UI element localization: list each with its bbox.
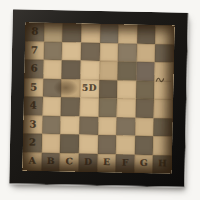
square-b8 xyxy=(44,23,63,42)
square-g2 xyxy=(135,136,154,155)
square-a3: 3 xyxy=(23,115,42,134)
square-c6 xyxy=(62,60,81,79)
square-e2 xyxy=(97,135,116,154)
square-f6 xyxy=(118,61,137,80)
square-h2 xyxy=(153,136,172,155)
square-g8 xyxy=(137,25,156,44)
square-h4 xyxy=(154,99,173,118)
square-d5: 5D xyxy=(80,79,99,98)
square-h1: H xyxy=(153,155,172,174)
file-label-stamp: H xyxy=(158,160,167,169)
square-b5 xyxy=(43,78,62,97)
square-f4 xyxy=(117,98,136,117)
square-e6 xyxy=(99,61,118,80)
square-g1: G xyxy=(134,154,153,173)
square-b4 xyxy=(42,97,61,116)
square-b2 xyxy=(41,134,60,153)
rank-label-stamp: 7 xyxy=(31,45,38,55)
chessboard: 87655D432ABCDEFGH xyxy=(22,22,174,173)
file-label-stamp: B xyxy=(47,157,55,166)
square-c3 xyxy=(60,116,79,135)
square-b7 xyxy=(43,41,62,60)
rank-label-stamp: 2 xyxy=(29,138,36,148)
square-c5-stain-mark xyxy=(61,79,80,98)
rank-label-stamp: 5 xyxy=(30,82,37,92)
square-d6 xyxy=(80,61,99,80)
square-f2 xyxy=(116,135,135,154)
square-e4 xyxy=(98,98,117,117)
rank-label-stamp: 3 xyxy=(29,119,36,129)
square-e3 xyxy=(98,116,117,135)
file-label-stamp: C xyxy=(66,158,73,167)
square-d1: D xyxy=(78,153,97,172)
square-c7 xyxy=(62,42,81,61)
square-a8: 8 xyxy=(25,22,44,41)
square-d2 xyxy=(79,135,98,154)
square-g7 xyxy=(137,43,156,62)
chessboard-frame: 87655D432ABCDEFGH xyxy=(9,9,189,188)
rank-label-stamp: 4 xyxy=(30,101,37,111)
square-b6 xyxy=(43,60,62,79)
square-c1: C xyxy=(60,153,79,172)
square-f7 xyxy=(118,43,137,62)
square-h7 xyxy=(155,44,174,63)
square-d8 xyxy=(81,24,100,43)
square-e1: E xyxy=(97,153,116,172)
file-label-stamp: A xyxy=(28,157,35,166)
square-g4 xyxy=(135,99,154,118)
square-g3 xyxy=(135,117,154,136)
square-f5 xyxy=(117,80,136,99)
rank-label-stamp: 8 xyxy=(31,27,38,37)
file-label-stamp: G xyxy=(140,159,148,168)
photo-background: 87655D432ABCDEFGH xyxy=(0,0,200,200)
file-label-stamp: D xyxy=(84,158,92,167)
square-f8 xyxy=(118,24,137,43)
square-d7 xyxy=(81,42,100,61)
square-c8 xyxy=(62,23,81,42)
square-f1: F xyxy=(116,154,135,173)
square-c4 xyxy=(61,97,80,116)
ink-squiggle-mark-icon xyxy=(156,69,165,88)
square-h6 xyxy=(155,62,174,81)
square-b1: B xyxy=(41,152,60,171)
square-e8 xyxy=(100,24,119,43)
square-g6 xyxy=(136,62,155,81)
square-h8 xyxy=(156,25,175,44)
square-h3 xyxy=(154,118,173,137)
square-c2 xyxy=(60,134,79,153)
square-e7 xyxy=(99,43,118,62)
square-a5: 5 xyxy=(24,78,43,97)
square-f3 xyxy=(116,117,135,136)
rank-label-stamp: 6 xyxy=(30,64,37,74)
square-b3 xyxy=(42,115,61,134)
square-e5 xyxy=(99,79,118,98)
square-a2: 2 xyxy=(23,133,42,152)
file-label-stamp: F xyxy=(122,159,129,168)
square-a1: A xyxy=(22,152,41,171)
square-a6: 6 xyxy=(24,59,43,78)
square-d3 xyxy=(79,116,98,135)
square-a4: 4 xyxy=(24,96,43,115)
square-d4 xyxy=(80,98,99,117)
file-label-stamp: E xyxy=(103,158,110,167)
square-g5 xyxy=(136,80,155,99)
maker-stamp-5d: 5D xyxy=(82,84,97,93)
square-a7: 7 xyxy=(25,41,44,60)
